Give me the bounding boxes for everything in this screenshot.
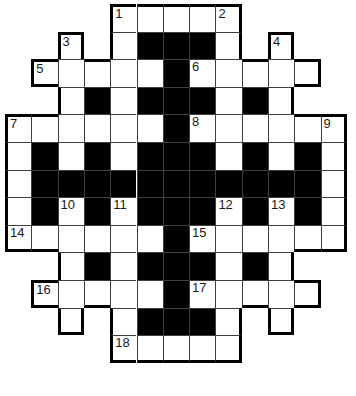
cell-r9c8[interactable]: 15 bbox=[189, 225, 215, 253]
black-cell-r7c4 bbox=[84, 170, 110, 198]
cell-r3c4[interactable] bbox=[84, 59, 110, 87]
black-cell-r6c2 bbox=[31, 142, 57, 170]
cell-r2c3[interactable]: 3 bbox=[58, 32, 84, 60]
cell-r5c12[interactable] bbox=[294, 114, 320, 142]
black-cell-r8c12 bbox=[294, 197, 320, 225]
cell-r1c5[interactable]: 1 bbox=[110, 4, 136, 32]
cell-r7c13[interactable] bbox=[321, 170, 347, 198]
cell-r3c3[interactable] bbox=[58, 59, 84, 87]
cell-r2c5[interactable] bbox=[110, 32, 136, 60]
cell-r1c7[interactable] bbox=[163, 4, 189, 32]
cell-r4c9[interactable] bbox=[215, 87, 241, 115]
black-cell-r6c6 bbox=[137, 142, 163, 170]
cell-r8c13[interactable] bbox=[321, 197, 347, 225]
cell-r11c2[interactable]: 16 bbox=[31, 280, 57, 308]
black-cell-r7c11 bbox=[268, 170, 294, 198]
black-cell-r10c7 bbox=[163, 252, 189, 280]
cell-r13c7[interactable] bbox=[163, 335, 189, 363]
clue-number-2: 2 bbox=[218, 7, 225, 21]
clue-number-10: 10 bbox=[61, 198, 75, 212]
black-cell-r11c7 bbox=[163, 280, 189, 308]
clue-number-14: 14 bbox=[10, 226, 24, 240]
cell-r3c8[interactable]: 6 bbox=[189, 59, 215, 87]
cell-r13c6[interactable] bbox=[137, 335, 163, 363]
cell-r6c11[interactable] bbox=[268, 142, 294, 170]
cell-r11c10[interactable] bbox=[242, 280, 268, 308]
black-cell-r8c6 bbox=[137, 197, 163, 225]
black-cell-r4c8 bbox=[189, 87, 215, 115]
black-cell-r4c4 bbox=[84, 87, 110, 115]
clue-number-13: 13 bbox=[271, 198, 285, 212]
cell-r8c1[interactable] bbox=[5, 197, 31, 225]
black-cell-r8c4 bbox=[84, 197, 110, 225]
cell-r9c2[interactable] bbox=[31, 225, 57, 253]
cell-r5c11[interactable] bbox=[268, 114, 294, 142]
cell-r11c6[interactable] bbox=[137, 280, 163, 308]
black-cell-r6c4 bbox=[84, 142, 110, 170]
cell-r8c5[interactable]: 11 bbox=[110, 197, 136, 225]
clue-number-9: 9 bbox=[324, 117, 331, 131]
clue-number-17: 17 bbox=[192, 281, 206, 295]
cell-r6c5[interactable] bbox=[110, 142, 136, 170]
clue-number-6: 6 bbox=[192, 60, 199, 74]
black-cell-r8c10 bbox=[242, 197, 268, 225]
black-cell-r4c6 bbox=[137, 87, 163, 115]
cell-r5c9[interactable] bbox=[215, 114, 241, 142]
clue-number-16: 16 bbox=[36, 283, 50, 297]
cell-r10c5[interactable] bbox=[110, 252, 136, 280]
cell-r13c9[interactable] bbox=[215, 335, 241, 363]
crossword-board: 123456789101112131415161718 bbox=[0, 0, 356, 396]
clue-number-5: 5 bbox=[36, 62, 43, 76]
cell-r3c11[interactable] bbox=[268, 59, 294, 87]
cell-r10c9[interactable] bbox=[215, 252, 241, 280]
clue-number-3: 3 bbox=[63, 35, 70, 49]
cell-r13c8[interactable] bbox=[189, 335, 215, 363]
cell-r11c9[interactable] bbox=[215, 280, 241, 308]
cell-r9c11[interactable] bbox=[268, 225, 294, 253]
black-cell-r2c6 bbox=[137, 32, 163, 60]
cell-r8c3[interactable]: 10 bbox=[58, 197, 84, 225]
black-cell-r8c2 bbox=[31, 197, 57, 225]
cell-r3c9[interactable] bbox=[215, 59, 241, 87]
cell-r5c8[interactable]: 8 bbox=[189, 114, 215, 142]
cell-r1c8[interactable] bbox=[189, 4, 215, 32]
cell-r5c4[interactable] bbox=[84, 114, 110, 142]
black-cell-r2c7 bbox=[163, 32, 189, 60]
black-cell-r6c12 bbox=[294, 142, 320, 170]
cell-r9c6[interactable] bbox=[137, 225, 163, 253]
black-cell-r9c7 bbox=[163, 225, 189, 253]
black-cell-r10c8 bbox=[189, 252, 215, 280]
cell-r12c5[interactable] bbox=[110, 308, 136, 336]
black-cell-r3c7 bbox=[163, 59, 189, 87]
clue-number-18: 18 bbox=[115, 336, 129, 350]
cell-r2c9[interactable] bbox=[215, 32, 241, 60]
clue-number-1: 1 bbox=[115, 7, 122, 21]
cell-r9c1[interactable]: 14 bbox=[5, 225, 31, 253]
cell-r11c4[interactable] bbox=[84, 280, 110, 308]
cell-r8c11[interactable]: 13 bbox=[268, 197, 294, 225]
cell-r6c13[interactable] bbox=[321, 142, 347, 170]
black-cell-r2c8 bbox=[189, 32, 215, 60]
cell-r5c2[interactable] bbox=[31, 114, 57, 142]
cell-r9c9[interactable] bbox=[215, 225, 241, 253]
black-cell-r7c12 bbox=[294, 170, 320, 198]
cell-r4c11[interactable] bbox=[268, 87, 294, 115]
black-cell-r7c8 bbox=[189, 170, 215, 198]
cell-r7c1[interactable] bbox=[5, 170, 31, 198]
black-cell-r4c10 bbox=[242, 87, 268, 115]
cell-r4c3[interactable] bbox=[58, 87, 84, 115]
cell-r6c3[interactable] bbox=[58, 142, 84, 170]
cell-r11c11[interactable] bbox=[268, 280, 294, 308]
cell-r5c13[interactable]: 9 bbox=[321, 114, 347, 142]
clue-number-12: 12 bbox=[218, 198, 232, 212]
cell-r11c8[interactable]: 17 bbox=[189, 280, 215, 308]
black-cell-r6c8 bbox=[189, 142, 215, 170]
black-cell-r5c7 bbox=[163, 114, 189, 142]
clue-number-4: 4 bbox=[273, 35, 280, 49]
cell-r9c3[interactable] bbox=[58, 225, 84, 253]
black-cell-r8c8 bbox=[189, 197, 215, 225]
cell-r2c11[interactable]: 4 bbox=[268, 32, 294, 60]
black-cell-r12c7 bbox=[163, 308, 189, 336]
cell-r3c5[interactable] bbox=[110, 59, 136, 87]
cell-r8c9[interactable]: 12 bbox=[215, 197, 241, 225]
cell-r9c5[interactable] bbox=[110, 225, 136, 253]
cell-r12c3[interactable] bbox=[58, 308, 84, 336]
clue-number-8: 8 bbox=[192, 115, 199, 129]
cell-r1c9[interactable]: 2 bbox=[215, 4, 241, 32]
black-cell-r7c7 bbox=[163, 170, 189, 198]
cell-r10c11[interactable] bbox=[268, 252, 294, 280]
cell-r5c3[interactable] bbox=[58, 114, 84, 142]
cell-r3c2[interactable]: 5 bbox=[31, 59, 57, 87]
cell-r3c10[interactable] bbox=[242, 59, 268, 87]
black-cell-r10c10 bbox=[242, 252, 268, 280]
black-cell-r7c2 bbox=[31, 170, 57, 198]
crossword-puzzle: 123456789101112131415161718 bbox=[0, 0, 356, 396]
black-cell-r12c8 bbox=[189, 308, 215, 336]
black-cell-r7c3 bbox=[58, 170, 84, 198]
cell-r9c10[interactable] bbox=[242, 225, 268, 253]
cell-r9c12[interactable] bbox=[294, 225, 320, 253]
cell-r13c5[interactable]: 18 bbox=[110, 335, 136, 363]
cell-r11c12[interactable] bbox=[294, 280, 320, 308]
cell-r5c6[interactable] bbox=[137, 114, 163, 142]
cell-r3c6[interactable] bbox=[137, 59, 163, 87]
cell-r1c6[interactable] bbox=[137, 4, 163, 32]
cell-r5c5[interactable] bbox=[110, 114, 136, 142]
cell-r11c3[interactable] bbox=[58, 280, 84, 308]
black-cell-r4c7 bbox=[163, 87, 189, 115]
cell-r4c5[interactable] bbox=[110, 87, 136, 115]
cell-r10c3[interactable] bbox=[58, 252, 84, 280]
clue-number-11: 11 bbox=[113, 198, 127, 212]
cell-r5c1[interactable]: 7 bbox=[5, 114, 31, 142]
cell-r3c12[interactable] bbox=[294, 59, 320, 87]
black-cell-r10c6 bbox=[137, 252, 163, 280]
black-cell-r6c10 bbox=[242, 142, 268, 170]
cell-r9c4[interactable] bbox=[84, 225, 110, 253]
cell-r12c11[interactable] bbox=[268, 308, 294, 336]
black-cell-r6c7 bbox=[163, 142, 189, 170]
black-cell-r8c7 bbox=[163, 197, 189, 225]
black-cell-r7c5 bbox=[110, 170, 136, 198]
cell-r6c1[interactable] bbox=[5, 142, 31, 170]
cell-r9c13[interactable] bbox=[321, 225, 347, 253]
black-cell-r7c9 bbox=[215, 170, 241, 198]
black-cell-r7c10 bbox=[242, 170, 268, 198]
cell-r6c9[interactable] bbox=[215, 142, 241, 170]
black-cell-r12c6 bbox=[137, 308, 163, 336]
clue-number-15: 15 bbox=[192, 226, 206, 240]
black-cell-r7c6 bbox=[137, 170, 163, 198]
black-cell-r10c4 bbox=[84, 252, 110, 280]
cell-r12c9[interactable] bbox=[215, 308, 241, 336]
cell-r11c5[interactable] bbox=[110, 280, 136, 308]
cell-r5c10[interactable] bbox=[242, 114, 268, 142]
clue-number-7: 7 bbox=[10, 117, 17, 131]
